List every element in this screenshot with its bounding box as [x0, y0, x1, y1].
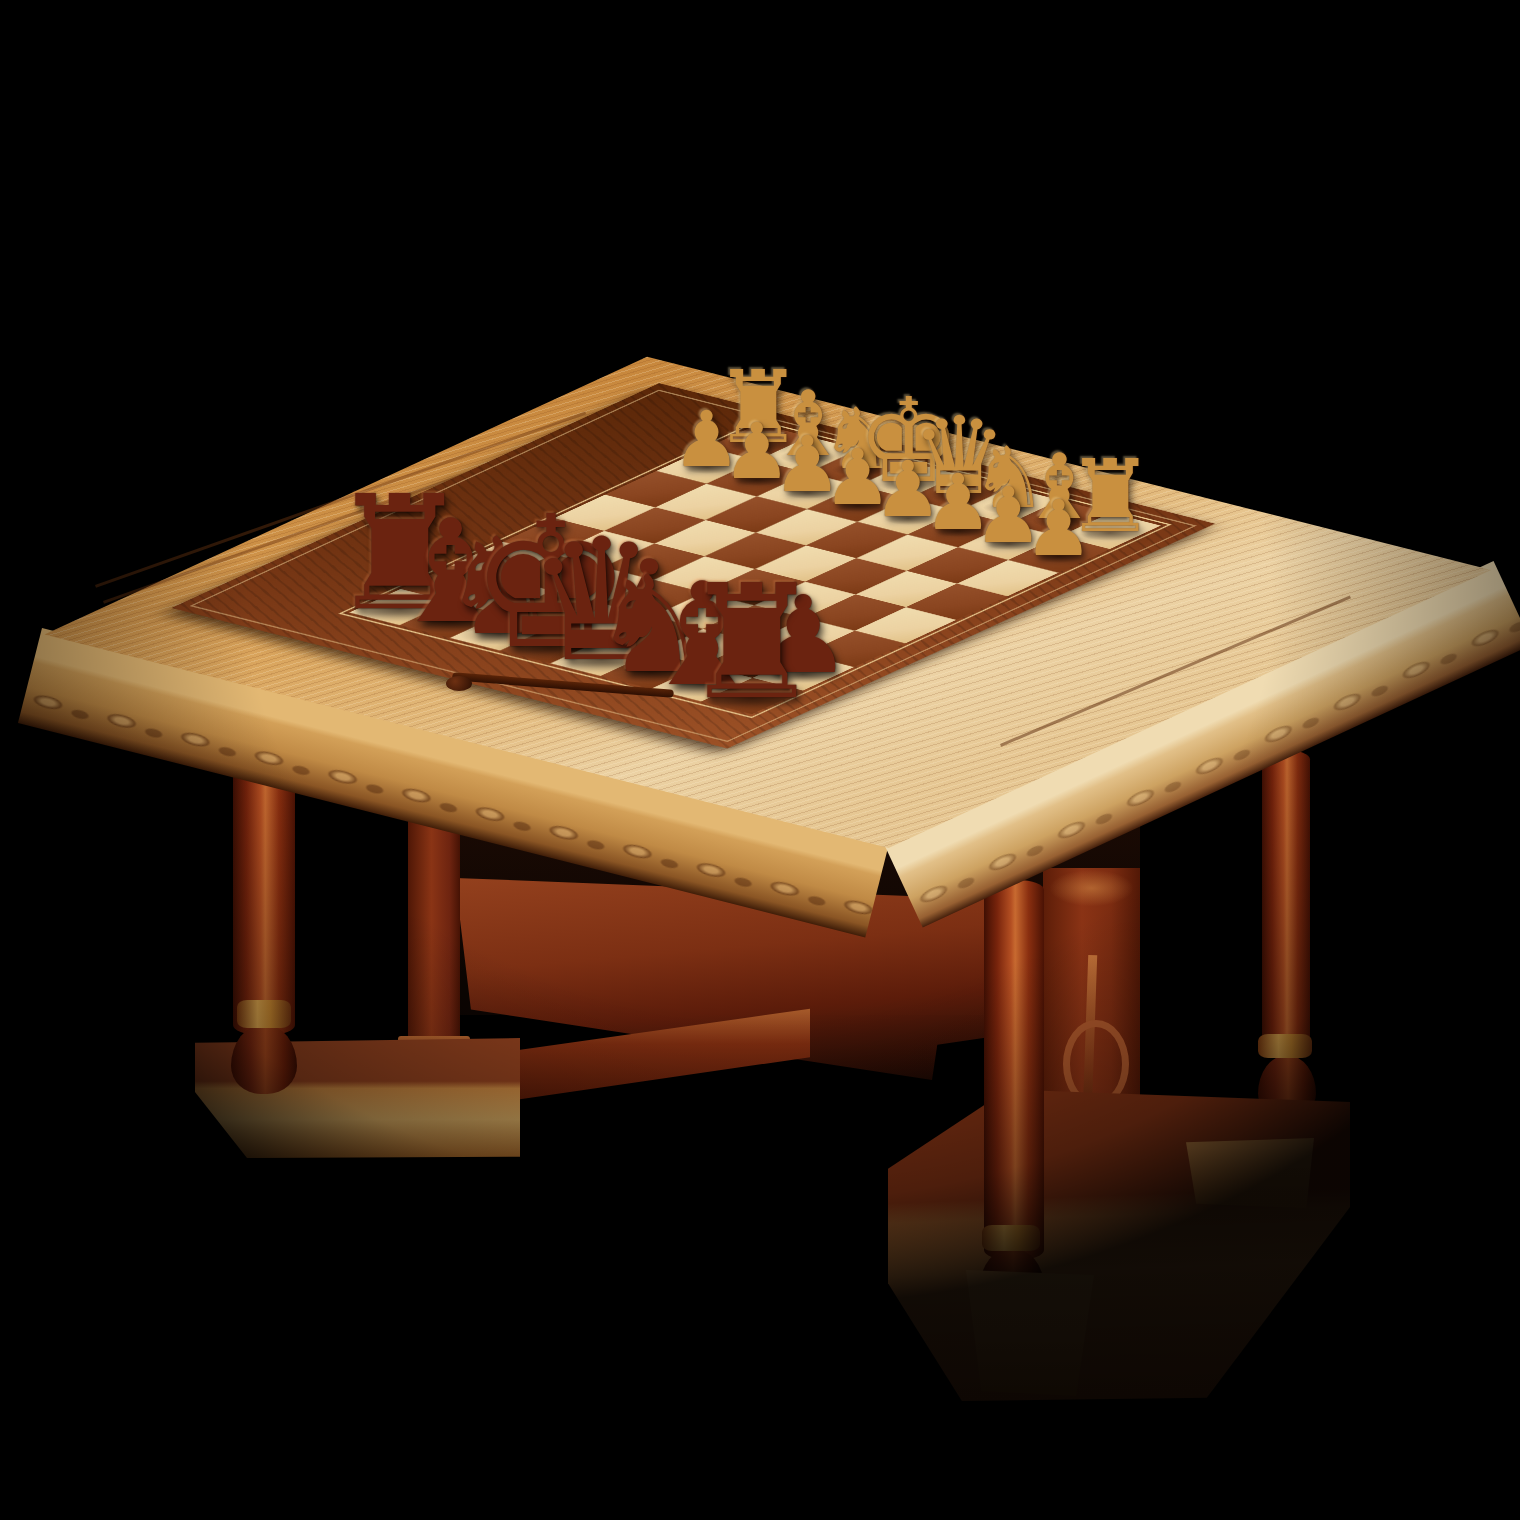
table-right-front-column-ring — [982, 1225, 1040, 1251]
table-right-base-platform — [888, 1083, 1350, 1401]
black-rook-a8[interactable]: ♜ — [681, 563, 823, 721]
table-right-front-column-leg — [984, 880, 1044, 1260]
photo-stage: ♜♝♞♛♚♞♝♜♟♟♟♟♟♟♟♟♜♝♞♛♚♞♝♜♟ — [0, 0, 1520, 1520]
table-right-rear-column-leg — [1262, 750, 1310, 1045]
table-left-column-gilt-ring — [237, 1000, 291, 1028]
table-left-column-foot — [231, 1024, 297, 1094]
table-right-front-foot-block — [966, 1270, 1094, 1396]
table-right-rear-column-ring — [1258, 1034, 1312, 1058]
table-right-rear-foot-block — [1186, 1138, 1314, 1208]
white-pawn-a2[interactable]: ♟ — [1024, 490, 1093, 567]
sliding-leaf-latch-knob — [446, 676, 472, 691]
